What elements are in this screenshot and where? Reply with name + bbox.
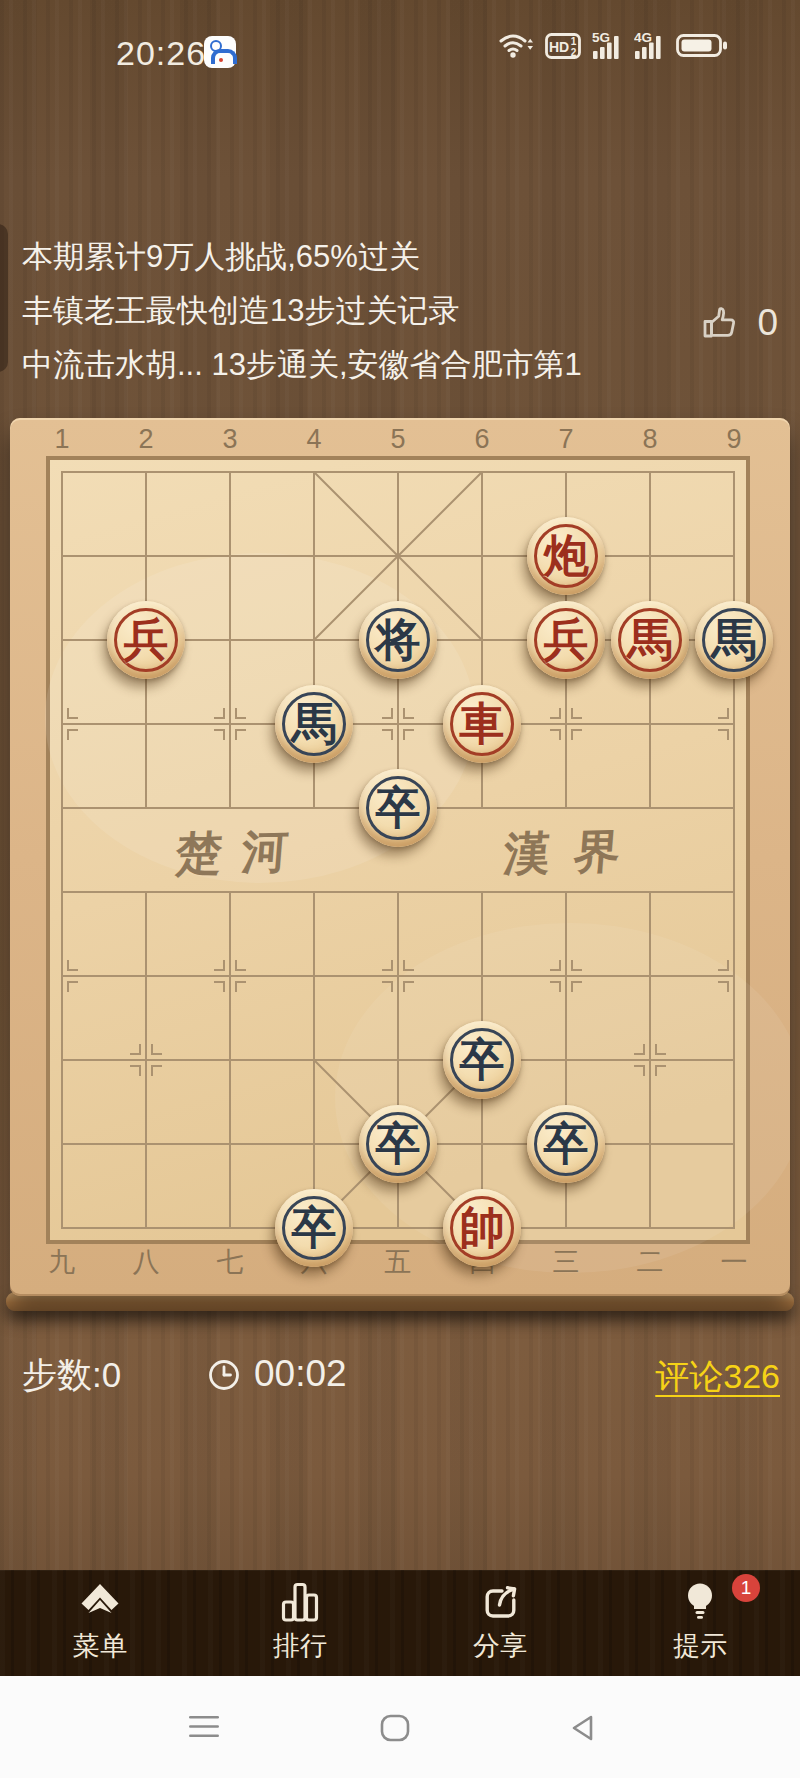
piece-glyph: 帥 [443,1189,521,1267]
nav-label-hint: 提示 [673,1628,727,1664]
piece-glyph: 馬 [695,601,773,679]
ticker-line-1: 本期累计9万人挑战,65%过关 [0,230,800,284]
piece-red-general[interactable]: 帥 [443,1189,521,1267]
piece-black-horse[interactable]: 馬 [695,601,773,679]
piece-glyph: 卒 [275,1189,353,1267]
recents-icon[interactable] [188,1715,220,1739]
piece-black-soldier[interactable]: 卒 [359,769,437,847]
piece-black-horse[interactable]: 馬 [275,685,353,763]
svg-text:4G: 4G [634,30,652,45]
piece-black-soldier[interactable]: 卒 [359,1105,437,1183]
ticker-line-3: 中流击水胡... 13步通关,安徽省合肥市第1 [0,338,800,392]
app-screen: 20:26 HD 1 2 5G [0,0,800,1778]
steps-label: 步数: [22,1355,102,1394]
info-bar: 步数:0 00:02 评论326 [0,1346,800,1402]
back-icon[interactable] [570,1714,594,1742]
piece-glyph: 兵 [107,601,185,679]
nav-item-rank[interactable]: 排行 [220,1578,380,1664]
comments-link[interactable]: 评论326 [655,1354,780,1400]
svg-text:5G: 5G [592,30,610,45]
home-icon[interactable] [380,1714,410,1742]
hint-badge: 1 [732,1574,760,1602]
like-count: 0 [757,302,778,344]
status-app-icon [204,36,236,68]
hd-volte-icon: HD 1 2 [545,32,581,60]
piece-black-general[interactable]: 将 [359,601,437,679]
signal-4g-icon: 4G [634,30,665,60]
piece-black-soldier[interactable]: 卒 [443,1021,521,1099]
status-icons: HD 1 2 5G 4G [498,30,728,60]
challenge-ticker: 本期累计9万人挑战,65%过关 丰镇老王最快创造13步过关记录 中流击水胡...… [0,230,800,392]
piece-red-cannon[interactable]: 炮 [527,517,605,595]
signal-5g-icon: 5G [592,30,623,60]
piece-glyph: 車 [443,685,521,763]
piece-glyph: 卒 [359,1105,437,1183]
ranking-bars-icon [275,1578,325,1626]
nav-item-menu[interactable]: 菜单 [20,1578,180,1664]
ticker-left-tab [0,224,8,372]
piece-red-horse[interactable]: 馬 [611,601,689,679]
piece-red-soldier[interactable]: 兵 [107,601,185,679]
piece-glyph: 兵 [527,601,605,679]
app-icon-red-dot [219,58,223,62]
clock-icon [206,1356,242,1392]
piece-glyph: 卒 [527,1105,605,1183]
wifi-icon [498,30,534,60]
status-bar: 20:26 HD 1 2 5G [0,0,800,90]
piece-glyph: 卒 [443,1021,521,1099]
ticker-line-2: 丰镇老王最快创造13步过关记录 [0,284,800,338]
thumbs-up-icon [699,303,739,343]
piece-glyph: 将 [359,601,437,679]
piece-glyph: 卒 [359,769,437,847]
timer-value: 00:02 [254,1346,347,1402]
pieces-layer: 炮兵将兵馬馬馬車卒卒卒卒卒帥 [10,418,790,1296]
nav-item-share[interactable]: 分享 [420,1578,580,1664]
menu-icon [75,1578,125,1626]
game-timer: 00:02 [206,1346,347,1402]
status-time: 20:26 [116,34,206,73]
nav-item-hint[interactable]: 提示 1 [620,1578,780,1664]
nav-label-rank: 排行 [273,1628,327,1664]
battery-icon [676,32,728,60]
hint-bulb-icon [675,1578,725,1626]
steps-value: 0 [102,1355,121,1394]
steps-counter: 步数:0 [22,1352,121,1399]
piece-glyph: 炮 [527,517,605,595]
nav-label-share: 分享 [473,1628,527,1664]
piece-black-soldier[interactable]: 卒 [527,1105,605,1183]
android-nav-bar: 一开游戏 YI KAI YOU XI [0,1676,800,1778]
piece-red-chariot[interactable]: 車 [443,685,521,763]
svg-text:HD: HD [549,39,569,55]
nav-label-menu: 菜单 [73,1628,127,1664]
piece-black-soldier[interactable]: 卒 [275,1189,353,1267]
like-button[interactable]: 0 [699,302,778,344]
bottom-nav: 菜单 排行 分享 [0,1570,800,1676]
svg-text:1: 1 [571,36,577,47]
share-icon [475,1578,525,1626]
piece-glyph: 馬 [275,685,353,763]
app-icon-arch [211,49,237,64]
svg-text:2: 2 [571,47,577,58]
xiangqi-board[interactable]: 123456789 九八七六五四三二一 楚河 漢界 炮兵将兵馬馬馬車卒卒卒卒卒帥 [10,418,790,1296]
piece-glyph: 馬 [611,601,689,679]
piece-red-soldier[interactable]: 兵 [527,601,605,679]
